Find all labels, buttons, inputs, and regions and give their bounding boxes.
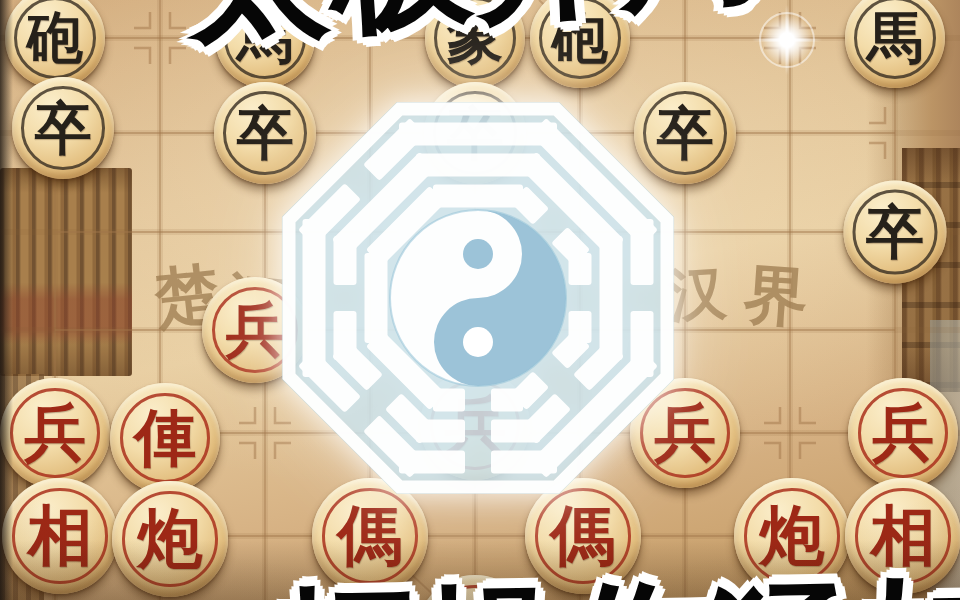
piece-glyph: 卒: [866, 203, 924, 261]
piece-red-soldier[interactable]: 兵: [848, 378, 958, 488]
piece-red-cannon[interactable]: 炮: [112, 481, 228, 597]
piece-glyph: 俥: [134, 407, 196, 469]
piece-glyph: 傌: [338, 504, 403, 569]
xiangqi-game-screen: 楚 河 汉 界 砲馬象砲馬卒卒卒卒卒兵兵俥兵兵兵相炮傌傌炮相帥 太极开局 一顿操…: [0, 0, 960, 600]
piece-glyph: 馬: [237, 10, 293, 66]
piece-black-horse[interactable]: 馬: [215, 0, 315, 88]
piece-glyph: 卒: [447, 105, 504, 162]
piece-glyph: 相: [871, 504, 936, 569]
piece-red-soldier[interactable]: 兵: [202, 277, 308, 383]
piece-black-cannon[interactable]: 砲: [5, 0, 105, 88]
piece-glyph: 砲: [27, 10, 83, 66]
piece-red-soldier[interactable]: 兵: [630, 378, 740, 488]
piece-red-elephant[interactable]: 相: [2, 478, 118, 594]
piece-glyph: 兵: [226, 301, 285, 360]
piece-glyph: 傌: [551, 504, 616, 569]
pieces-layer: 砲馬象砲馬卒卒卒卒卒兵兵俥兵兵兵相炮傌傌炮相帥: [0, 0, 960, 600]
piece-red-soldier[interactable]: 兵: [420, 370, 530, 480]
piece-glyph: 馬: [867, 10, 923, 66]
piece-red-horse[interactable]: 傌: [312, 478, 428, 594]
piece-glyph: 兵: [444, 394, 506, 456]
piece-black-cannon[interactable]: 砲: [530, 0, 630, 88]
piece-black-soldier[interactable]: 卒: [12, 77, 114, 179]
piece-black-soldier[interactable]: 卒: [844, 181, 947, 284]
piece-black-soldier[interactable]: 卒: [214, 82, 316, 184]
piece-glyph: 兵: [24, 402, 86, 464]
piece-glyph: 兵: [872, 402, 934, 464]
piece-black-horse[interactable]: 馬: [845, 0, 945, 88]
piece-glyph: 象: [447, 10, 503, 66]
piece-red-soldier[interactable]: 兵: [0, 378, 110, 488]
piece-red-cannon[interactable]: 炮: [734, 478, 850, 594]
piece-glyph: 卒: [237, 105, 294, 162]
piece-glyph: 兵: [654, 402, 716, 464]
piece-glyph: 炮: [760, 504, 825, 569]
piece-red-horse[interactable]: 傌: [525, 478, 641, 594]
piece-glyph: 炮: [138, 507, 203, 572]
piece-red-elephant[interactable]: 相: [845, 478, 960, 594]
piece-red-chariot[interactable]: 俥: [110, 383, 220, 493]
piece-red-general[interactable]: 帥: [417, 575, 533, 600]
piece-black-soldier[interactable]: 卒: [424, 82, 526, 184]
piece-black-elephant[interactable]: 象: [425, 0, 525, 88]
piece-glyph: 卒: [657, 105, 714, 162]
piece-glyph: 相: [28, 504, 93, 569]
piece-glyph: 砲: [552, 10, 608, 66]
piece-black-soldier[interactable]: 卒: [634, 82, 736, 184]
piece-glyph: 卒: [35, 100, 92, 157]
